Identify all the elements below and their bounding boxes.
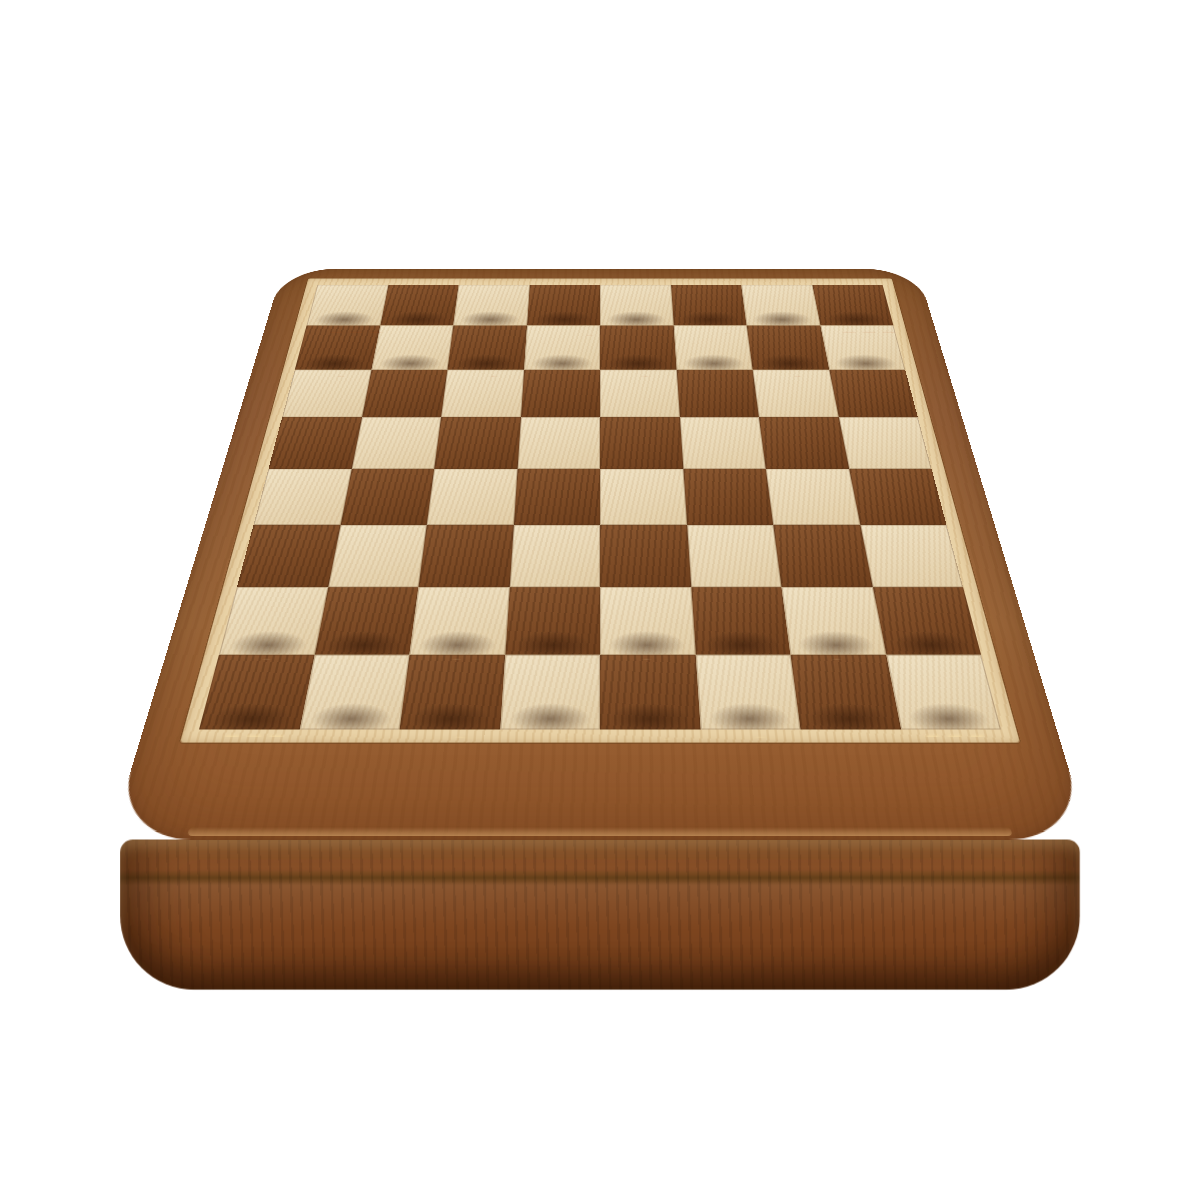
square-b7[interactable]: ♟ xyxy=(371,326,453,370)
square-c1[interactable]: ♝ xyxy=(400,655,505,730)
square-e3[interactable] xyxy=(600,525,691,587)
square-g6[interactable] xyxy=(753,369,839,417)
square-h5[interactable] xyxy=(838,417,931,469)
board-grid: ♜♞♝♚♛♝♞♜♟♟♟♟♟♟♟♟♟♟♟♟♟♟♟♟♜♞♝♛♚♝♞♜ xyxy=(199,285,1001,730)
box-front-face xyxy=(120,840,1080,990)
square-b6[interactable] xyxy=(362,369,448,417)
square-f3[interactable] xyxy=(687,525,782,587)
square-d5[interactable] xyxy=(517,417,600,469)
square-a4[interactable] xyxy=(253,469,351,525)
square-e2[interactable]: ♟ xyxy=(600,587,695,655)
square-f4[interactable] xyxy=(683,469,773,525)
square-a6[interactable] xyxy=(282,369,371,417)
square-b8[interactable]: ♞ xyxy=(380,285,459,326)
square-c7[interactable]: ♟ xyxy=(447,326,526,370)
square-e4[interactable] xyxy=(600,469,687,525)
square-h6[interactable] xyxy=(829,369,918,417)
square-c2[interactable]: ♟ xyxy=(409,587,509,655)
product-photo-background: ♜♞♝♚♛♝♞♜♟♟♟♟♟♟♟♟♟♟♟♟♟♟♟♟♜♞♝♛♚♝♞♜ xyxy=(0,0,1200,1200)
square-b5[interactable] xyxy=(351,417,441,469)
square-a2[interactable]: ♟ xyxy=(219,587,328,655)
square-e1[interactable]: ♚ xyxy=(600,655,700,730)
square-c6[interactable] xyxy=(441,369,524,417)
square-c5[interactable] xyxy=(434,417,520,469)
white-knight-icon: ♞ xyxy=(811,726,908,859)
square-e5[interactable] xyxy=(600,417,683,469)
square-f6[interactable] xyxy=(676,369,759,417)
white-rook-icon: ♜ xyxy=(210,726,302,851)
white-rook-icon: ♜ xyxy=(910,726,1002,851)
square-d4[interactable] xyxy=(513,469,600,525)
square-e7[interactable]: ♟ xyxy=(600,326,676,370)
square-d1[interactable]: ♛ xyxy=(500,655,600,730)
square-c8[interactable]: ♝ xyxy=(453,285,529,326)
square-b2[interactable]: ♟ xyxy=(314,587,418,655)
square-d7[interactable]: ♟ xyxy=(524,326,600,370)
square-h4[interactable] xyxy=(849,469,947,525)
square-e6[interactable] xyxy=(600,369,679,417)
square-a1[interactable]: ♜ xyxy=(199,655,314,730)
square-a8[interactable]: ♜ xyxy=(307,285,388,326)
square-g3[interactable] xyxy=(773,525,872,587)
wooden-box-lid: ♜♞♝♚♛♝♞♜♟♟♟♟♟♟♟♟♟♟♟♟♟♟♟♟♜♞♝♛♚♝♞♜ xyxy=(110,269,1090,840)
chess-set: ♜♞♝♚♛♝♞♜♟♟♟♟♟♟♟♟♟♟♟♟♟♟♟♟♜♞♝♛♚♝♞♜ xyxy=(215,108,985,878)
square-b1[interactable]: ♞ xyxy=(299,655,409,730)
square-g2[interactable]: ♟ xyxy=(781,587,885,655)
white-knight-icon: ♞ xyxy=(311,726,408,859)
square-b4[interactable] xyxy=(340,469,434,525)
square-f1[interactable]: ♝ xyxy=(695,655,800,730)
square-h2[interactable]: ♟ xyxy=(872,587,981,655)
square-a5[interactable] xyxy=(268,417,361,469)
square-f5[interactable] xyxy=(679,417,765,469)
square-g4[interactable] xyxy=(766,469,860,525)
square-a7[interactable]: ♟ xyxy=(295,326,380,370)
square-d2[interactable]: ♟ xyxy=(505,587,600,655)
square-a3[interactable] xyxy=(237,525,340,587)
chess-board: ♜♞♝♚♛♝♞♜♟♟♟♟♟♟♟♟♟♟♟♟♟♟♟♟♜♞♝♛♚♝♞♜ xyxy=(180,278,1020,742)
square-c4[interactable] xyxy=(427,469,517,525)
square-d3[interactable] xyxy=(509,525,600,587)
square-e8[interactable]: ♛ xyxy=(600,285,673,326)
square-f2[interactable]: ♟ xyxy=(691,587,791,655)
square-d6[interactable] xyxy=(521,369,600,417)
square-f7[interactable]: ♟ xyxy=(673,326,752,370)
square-g5[interactable] xyxy=(759,417,849,469)
square-b3[interactable] xyxy=(328,525,427,587)
square-h3[interactable] xyxy=(860,525,963,587)
square-c3[interactable] xyxy=(419,525,514,587)
